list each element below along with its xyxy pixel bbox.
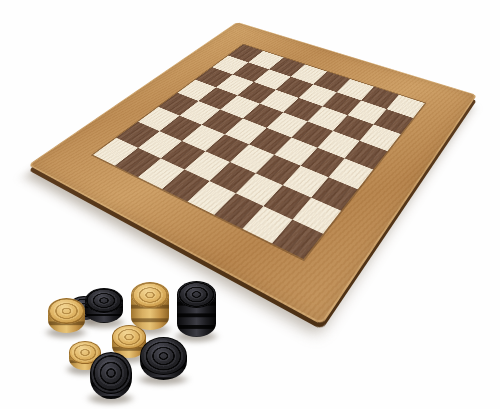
- product-photo-scene: [0, 0, 500, 409]
- checker-face: [140, 337, 187, 375]
- checker-light-single-left[interactable]: [48, 298, 85, 333]
- checker-face: [90, 352, 132, 394]
- checker-black-tilted-right[interactable]: [140, 337, 187, 380]
- checker-face: [48, 298, 85, 324]
- checker-light-stack-of-2[interactable]: [131, 282, 169, 330]
- checker-black-tilted-front-left[interactable]: [90, 352, 132, 399]
- checker-face: [177, 281, 216, 308]
- checker-black-stack-of-2[interactable]: [85, 288, 123, 324]
- checker-face: [85, 288, 123, 313]
- checker-black-stack-of-3[interactable]: [177, 281, 216, 338]
- checker-face: [131, 282, 169, 308]
- pieces-layer: [0, 0, 500, 409]
